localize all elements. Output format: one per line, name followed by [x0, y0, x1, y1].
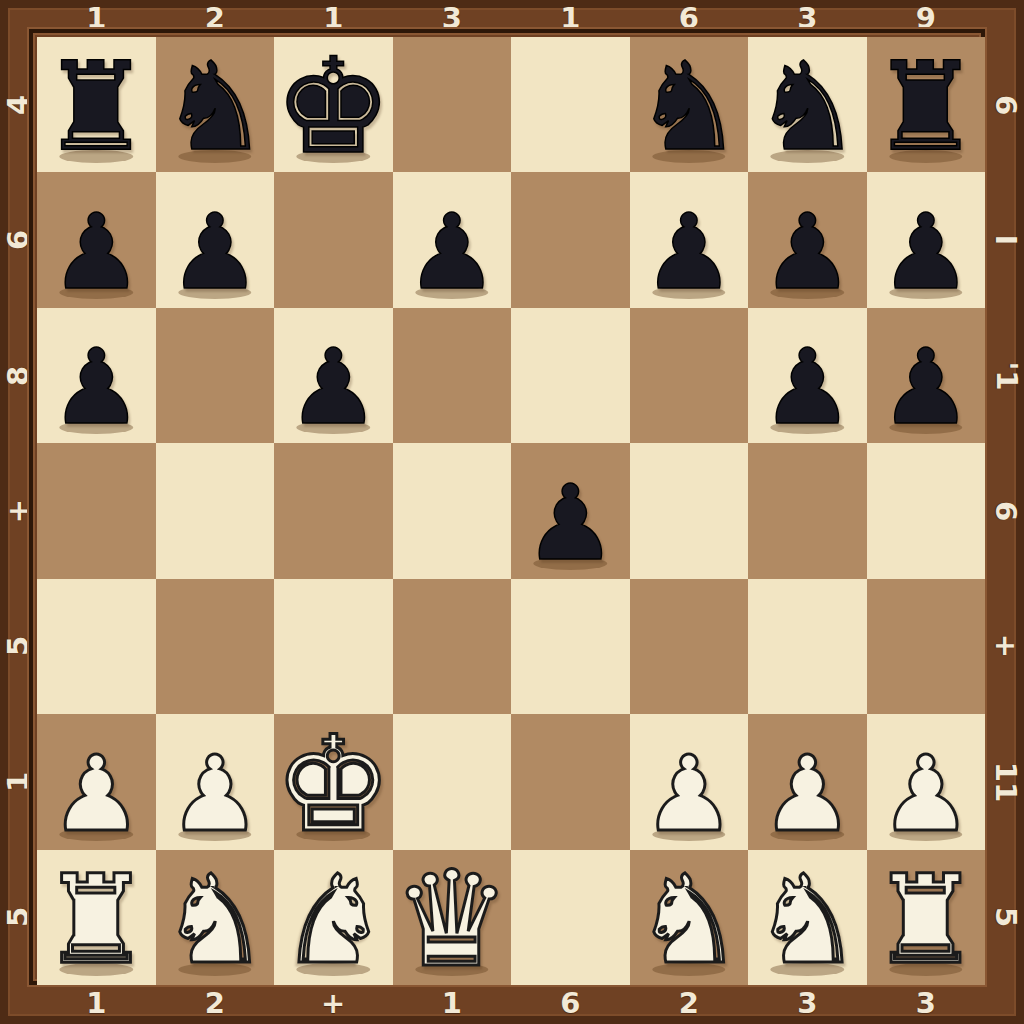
square-b5[interactable] [156, 308, 275, 443]
rank-labels-left: 468+515 [0, 37, 36, 985]
black-rook-icon[interactable]: ♜ [42, 46, 151, 172]
square-d4[interactable] [393, 443, 512, 578]
square-g2[interactable]: ♟ [748, 714, 867, 849]
black-pawn-icon[interactable]: ♟ [879, 335, 972, 443]
black-pawn-icon[interactable]: ♟ [50, 200, 143, 308]
square-c4[interactable] [274, 443, 393, 578]
coord-label: 3 [748, 0, 867, 36]
file-labels-top: 12131639 [37, 0, 985, 36]
white-knight-icon[interactable]: ♞ [279, 859, 388, 985]
square-g1[interactable]: ♞ [748, 850, 867, 985]
square-h7[interactable]: ♜ [867, 37, 986, 172]
square-g6[interactable]: ♟ [748, 172, 867, 307]
square-h5[interactable]: ♟ [867, 308, 986, 443]
square-c7[interactable]: ♚ [274, 37, 393, 172]
black-rook-icon[interactable]: ♜ [871, 46, 980, 172]
coord-label: + [0, 443, 36, 578]
square-f6[interactable]: ♟ [630, 172, 749, 307]
square-c5[interactable]: ♟ [274, 308, 393, 443]
square-a2[interactable]: ♟ [37, 714, 156, 849]
coord-label: 4 [0, 37, 36, 172]
square-g3[interactable] [748, 579, 867, 714]
white-king-icon[interactable]: ♚ [274, 718, 392, 850]
black-pawn-icon[interactable]: ♟ [50, 335, 143, 443]
square-f4[interactable] [630, 443, 749, 578]
square-c6[interactable] [274, 172, 393, 307]
coord-label: 9 [867, 0, 986, 36]
square-b4[interactable] [156, 443, 275, 578]
white-queen-icon[interactable]: ♛ [393, 853, 511, 985]
square-a5[interactable]: ♟ [37, 308, 156, 443]
square-d5[interactable] [393, 308, 512, 443]
rank-labels-right: 6I'16+115 [986, 37, 1024, 985]
square-e2[interactable] [511, 714, 630, 849]
coord-label: 3 [393, 0, 512, 36]
square-g5[interactable]: ♟ [748, 308, 867, 443]
square-f1[interactable]: ♞ [630, 850, 749, 985]
square-a3[interactable] [37, 579, 156, 714]
coord-label: 6 [630, 0, 749, 36]
white-rook-icon[interactable]: ♜ [871, 859, 980, 985]
square-a6[interactable]: ♟ [37, 172, 156, 307]
black-pawn-icon[interactable]: ♟ [168, 200, 261, 308]
coord-label: 11 [986, 714, 1024, 849]
black-knight-icon[interactable]: ♞ [160, 46, 269, 172]
black-pawn-icon[interactable]: ♟ [287, 335, 380, 443]
black-pawn-icon[interactable]: ♟ [879, 200, 972, 308]
coord-label: 5 [0, 579, 36, 714]
coord-label: 6 [986, 37, 1024, 172]
square-g4[interactable] [748, 443, 867, 578]
white-knight-icon[interactable]: ♞ [160, 859, 269, 985]
square-b6[interactable]: ♟ [156, 172, 275, 307]
black-pawn-icon[interactable]: ♟ [642, 200, 735, 308]
square-f5[interactable] [630, 308, 749, 443]
coord-label: 2 [156, 0, 275, 36]
white-pawn-icon[interactable]: ♟ [642, 742, 735, 850]
square-e4[interactable]: ♟ [511, 443, 630, 578]
square-e7[interactable] [511, 37, 630, 172]
square-b7[interactable]: ♞ [156, 37, 275, 172]
coord-label: 5 [0, 850, 36, 985]
black-knight-icon[interactable]: ♞ [753, 46, 862, 172]
square-a4[interactable] [37, 443, 156, 578]
black-pawn-icon[interactable]: ♟ [761, 335, 854, 443]
black-pawn-icon[interactable]: ♟ [405, 200, 498, 308]
square-b1[interactable]: ♞ [156, 850, 275, 985]
coord-label: 8 [0, 308, 36, 443]
white-knight-icon[interactable]: ♞ [753, 859, 862, 985]
black-pawn-icon[interactable]: ♟ [761, 200, 854, 308]
square-g7[interactable]: ♞ [748, 37, 867, 172]
white-pawn-icon[interactable]: ♟ [168, 742, 261, 850]
square-e3[interactable] [511, 579, 630, 714]
chess-board-screenshot: 12131639 12+16233 468+515 6I'16+115 ♜♞♚♞… [0, 0, 1024, 1024]
square-h6[interactable]: ♟ [867, 172, 986, 307]
coord-label: 1 [0, 714, 36, 849]
coord-label: 1 [37, 0, 156, 36]
coord-label: + [986, 579, 1024, 714]
chess-board: ♜♞♚♞♞♜♟♟♟♟♟♟♟♟♟♟♟♟♟♚♟♟♟♜♞♞♛♞♞♜ [37, 37, 985, 985]
coord-label: 6 [0, 172, 36, 307]
square-h3[interactable] [867, 579, 986, 714]
coord-label: '1 [986, 308, 1024, 443]
square-e6[interactable] [511, 172, 630, 307]
square-d2[interactable] [393, 714, 512, 849]
square-c2[interactable]: ♚ [274, 714, 393, 849]
square-d6[interactable]: ♟ [393, 172, 512, 307]
white-pawn-icon[interactable]: ♟ [879, 742, 972, 850]
square-b2[interactable]: ♟ [156, 714, 275, 849]
square-c3[interactable] [274, 579, 393, 714]
coord-label: 1 [511, 0, 630, 36]
square-c1[interactable]: ♞ [274, 850, 393, 985]
square-d1[interactable]: ♛ [393, 850, 512, 985]
black-king-icon[interactable]: ♚ [274, 40, 392, 172]
square-h1[interactable]: ♜ [867, 850, 986, 985]
coord-label: 5 [986, 850, 1024, 985]
white-pawn-icon[interactable]: ♟ [761, 742, 854, 850]
square-d7[interactable] [393, 37, 512, 172]
square-b3[interactable] [156, 579, 275, 714]
coord-label: I [986, 172, 1024, 307]
white-pawn-icon[interactable]: ♟ [50, 742, 143, 850]
black-pawn-icon[interactable]: ♟ [524, 471, 617, 579]
black-knight-icon[interactable]: ♞ [634, 46, 743, 172]
coord-label: 6 [511, 984, 630, 1022]
coord-label: 6 [986, 443, 1024, 578]
white-rook-icon[interactable]: ♜ [42, 859, 151, 985]
square-h2[interactable]: ♟ [867, 714, 986, 849]
square-f2[interactable]: ♟ [630, 714, 749, 849]
square-e5[interactable] [511, 308, 630, 443]
square-f3[interactable] [630, 579, 749, 714]
white-knight-icon[interactable]: ♞ [634, 859, 743, 985]
square-a7[interactable]: ♜ [37, 37, 156, 172]
square-e1[interactable] [511, 850, 630, 985]
square-a1[interactable]: ♜ [37, 850, 156, 985]
square-d3[interactable] [393, 579, 512, 714]
square-h4[interactable] [867, 443, 986, 578]
square-f7[interactable]: ♞ [630, 37, 749, 172]
